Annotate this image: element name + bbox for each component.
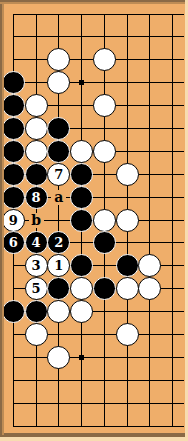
intersection-r12c2[interactable]: 3 [25, 254, 48, 277]
intersection-r10c4[interactable] [70, 209, 93, 232]
black-stone [70, 163, 93, 186]
intersection-r8c5[interactable] [93, 163, 116, 186]
white-stone [47, 71, 70, 94]
intersection-r7c8[interactable] [161, 140, 184, 163]
intersection-r18c2[interactable] [25, 392, 48, 415]
black-stone [25, 163, 48, 186]
black-stone [70, 254, 93, 277]
intersection-r17c4[interactable] [70, 369, 93, 392]
intersection-r7c7[interactable] [138, 140, 161, 163]
intersection-r10c7[interactable] [138, 209, 161, 232]
white-stone [93, 48, 116, 71]
intersection-r11c1[interactable]: 6 [2, 231, 25, 254]
intersection-r4c8[interactable] [161, 71, 184, 94]
intersection-r8c8[interactable] [161, 163, 184, 186]
white-stone [70, 140, 93, 163]
intersection-r2c5[interactable] [93, 25, 116, 48]
intersection-r1c8[interactable] [161, 3, 184, 26]
intersection-r2c4[interactable] [70, 25, 93, 48]
intersection-r6c1[interactable] [2, 117, 25, 140]
intersection-r9c7[interactable] [138, 186, 161, 209]
white-stone [116, 323, 139, 346]
intersection-r16c8[interactable] [161, 346, 184, 369]
intersection-r1c3[interactable] [47, 3, 70, 26]
intersection-r2c3[interactable] [47, 25, 70, 48]
black-stone [93, 231, 116, 254]
intersection-r17c5[interactable] [93, 369, 116, 392]
black-stone [2, 117, 25, 140]
intersection-r4c6[interactable] [116, 71, 139, 94]
black-stone [70, 209, 93, 232]
black-stone [47, 140, 70, 163]
intersection-r4c2[interactable] [25, 71, 48, 94]
intersection-r11c3[interactable]: 2 [47, 231, 70, 254]
white-stone [25, 140, 48, 163]
intersection-r5c3[interactable] [47, 94, 70, 117]
intersection-r13c7[interactable] [138, 277, 161, 300]
white-stone-move-3: 3 [25, 254, 48, 277]
white-stone [47, 346, 70, 369]
intersection-r12c6[interactable] [116, 254, 139, 277]
intersection-r5c8[interactable] [161, 94, 184, 117]
intersection-r9c8[interactable] [161, 186, 184, 209]
white-stone [25, 117, 48, 140]
intersection-r7c4[interactable] [70, 140, 93, 163]
white-stone [116, 163, 139, 186]
intersection-r14c3[interactable] [47, 300, 70, 323]
intersection-r9c5[interactable] [93, 186, 116, 209]
intersection-r14c6[interactable] [116, 300, 139, 323]
intersection-r11c4[interactable] [70, 231, 93, 254]
intersection-r6c3[interactable] [47, 117, 70, 140]
intersection-r7c2[interactable] [25, 140, 48, 163]
intersection-r14c4[interactable] [70, 300, 93, 323]
intersection-r16c1[interactable] [2, 346, 25, 369]
intersection-r2c6[interactable] [116, 25, 139, 48]
intersection-r15c8[interactable] [161, 323, 184, 346]
intersection-r5c6[interactable] [116, 94, 139, 117]
intersection-r16c2[interactable] [25, 346, 48, 369]
intersection-r11c2[interactable]: 4 [25, 231, 48, 254]
intersection-r18c6[interactable] [116, 392, 139, 415]
intersection-r10c8[interactable] [161, 209, 184, 232]
black-stone [47, 117, 70, 140]
intersection-r3c4[interactable] [70, 48, 93, 71]
intersection-r15c7[interactable] [138, 323, 161, 346]
black-stone [70, 186, 93, 209]
intersection-r12c5[interactable] [93, 254, 116, 277]
black-stone [2, 186, 25, 209]
intersection-r8c2[interactable] [25, 163, 48, 186]
intersection-r12c3[interactable]: 1 [47, 254, 70, 277]
intersection-r1c2[interactable] [25, 3, 48, 26]
intersection-r9c4[interactable] [70, 186, 93, 209]
intersection-r6c6[interactable] [116, 117, 139, 140]
intersection-r3c5[interactable] [93, 48, 116, 71]
intersection-r16c5[interactable] [93, 346, 116, 369]
go-board-grid: 78a9b642315 [2, 3, 184, 437]
intersection-r17c7[interactable] [138, 369, 161, 392]
intersection-r15c3[interactable] [47, 323, 70, 346]
intersection-r19c2[interactable] [25, 415, 48, 437]
white-stone [25, 94, 48, 117]
star-point [79, 80, 84, 85]
intersection-r13c5[interactable] [93, 277, 116, 300]
intersection-r9c3[interactable]: a [47, 186, 70, 209]
intersection-r10c1[interactable]: 9 [2, 209, 25, 232]
intersection-r8c7[interactable] [138, 163, 161, 186]
intersection-r3c6[interactable] [116, 48, 139, 71]
intersection-r18c3[interactable] [47, 392, 70, 415]
intersection-r19c6[interactable] [116, 415, 139, 437]
intersection-r4c4[interactable] [70, 71, 93, 94]
intersection-r2c2[interactable] [25, 25, 48, 48]
intersection-r17c8[interactable] [161, 369, 184, 392]
black-stone-move-2: 2 [47, 231, 70, 254]
intersection-r13c1[interactable] [2, 277, 25, 300]
intersection-r19c5[interactable] [93, 415, 116, 437]
white-stone [70, 300, 93, 323]
intersection-r13c8[interactable] [161, 277, 184, 300]
intersection-r10c6[interactable] [116, 209, 139, 232]
intersection-r2c8[interactable] [161, 25, 184, 48]
intersection-r16c6[interactable] [116, 346, 139, 369]
intersection-r11c5[interactable] [93, 231, 116, 254]
intersection-r13c6[interactable] [116, 277, 139, 300]
intersection-r1c7[interactable] [138, 3, 161, 26]
intersection-r11c8[interactable] [161, 231, 184, 254]
black-stone [47, 277, 70, 300]
label-b: b [29, 213, 44, 228]
intersection-r3c2[interactable] [25, 48, 48, 71]
white-stone [116, 277, 139, 300]
intersection-r19c7[interactable] [138, 415, 161, 437]
intersection-r3c7[interactable] [138, 48, 161, 71]
black-stone [2, 300, 25, 323]
intersection-r6c2[interactable] [25, 117, 48, 140]
intersection-r18c8[interactable] [161, 392, 184, 415]
intersection-r1c4[interactable] [70, 3, 93, 26]
intersection-r17c3[interactable] [47, 369, 70, 392]
black-stone [25, 300, 48, 323]
white-stone [116, 209, 139, 232]
intersection-r6c4[interactable] [70, 117, 93, 140]
intersection-r16c7[interactable] [138, 346, 161, 369]
intersection-r1c5[interactable] [93, 3, 116, 26]
intersection-r2c7[interactable] [138, 25, 161, 48]
star-point [79, 355, 84, 360]
intersection-r1c1[interactable] [2, 3, 25, 26]
black-stone [2, 163, 25, 186]
intersection-r17c1[interactable] [2, 369, 25, 392]
white-stone-move-9: 9 [2, 209, 25, 232]
intersection-r4c1[interactable] [2, 71, 25, 94]
intersection-r8c3[interactable]: 7 [47, 163, 70, 186]
go-board: 78a9b642315 [0, 0, 185, 437]
intersection-r12c7[interactable] [138, 254, 161, 277]
intersection-r7c1[interactable] [2, 140, 25, 163]
intersection-r5c5[interactable] [93, 94, 116, 117]
intersection-r14c5[interactable] [93, 300, 116, 323]
intersection-r16c3[interactable] [47, 346, 70, 369]
intersection-r15c1[interactable] [2, 323, 25, 346]
intersection-r9c2[interactable]: 8 [25, 186, 48, 209]
intersection-r5c7[interactable] [138, 94, 161, 117]
intersection-r6c5[interactable] [93, 117, 116, 140]
black-stone-move-8: 8 [25, 186, 48, 209]
intersection-r5c2[interactable] [25, 94, 48, 117]
intersection-r14c1[interactable] [2, 300, 25, 323]
black-stone [116, 254, 139, 277]
intersection-r19c4[interactable] [70, 415, 93, 437]
intersection-r12c4[interactable] [70, 254, 93, 277]
black-stone [93, 277, 116, 300]
intersection-r18c7[interactable] [138, 392, 161, 415]
intersection-r7c5[interactable] [93, 140, 116, 163]
intersection-r5c4[interactable] [70, 94, 93, 117]
intersection-r14c2[interactable] [25, 300, 48, 323]
intersection-r11c7[interactable] [138, 231, 161, 254]
black-stone-move-6: 6 [2, 231, 25, 254]
intersection-r18c4[interactable] [70, 392, 93, 415]
intersection-r4c3[interactable] [47, 71, 70, 94]
intersection-r1c6[interactable] [116, 3, 139, 26]
black-stone-move-4: 4 [25, 231, 48, 254]
intersection-r9c6[interactable] [116, 186, 139, 209]
intersection-r15c2[interactable] [25, 323, 48, 346]
intersection-r6c7[interactable] [138, 117, 161, 140]
intersection-r12c8[interactable] [161, 254, 184, 277]
intersection-r10c5[interactable] [93, 209, 116, 232]
intersection-r9c1[interactable] [2, 186, 25, 209]
intersection-r19c3[interactable] [47, 415, 70, 437]
intersection-r19c1[interactable] [2, 415, 25, 437]
intersection-r5c1[interactable] [2, 94, 25, 117]
intersection-r8c1[interactable] [2, 163, 25, 186]
intersection-r3c8[interactable] [161, 48, 184, 71]
white-stone [93, 94, 116, 117]
white-stone [138, 277, 161, 300]
black-stone [2, 140, 25, 163]
black-stone [2, 94, 25, 117]
white-stone [138, 254, 161, 277]
intersection-r3c3[interactable] [47, 48, 70, 71]
intersection-r10c3[interactable] [47, 209, 70, 232]
intersection-r4c7[interactable] [138, 71, 161, 94]
label-a: a [51, 190, 66, 205]
white-stone [25, 323, 48, 346]
white-stone-move-7: 7 [47, 163, 70, 186]
intersection-r15c5[interactable] [93, 323, 116, 346]
white-stone [93, 140, 116, 163]
white-stone [93, 209, 116, 232]
white-stone [47, 48, 70, 71]
intersection-r15c4[interactable] [70, 323, 93, 346]
black-stone [2, 71, 25, 94]
intersection-r18c1[interactable] [2, 392, 25, 415]
intersection-r10c2[interactable]: b [25, 209, 48, 232]
white-stone-move-1: 1 [47, 254, 70, 277]
intersection-r14c7[interactable] [138, 300, 161, 323]
intersection-r13c3[interactable] [47, 277, 70, 300]
board-edge-highlight-top [0, 2, 185, 4]
intersection-r13c2[interactable]: 5 [25, 277, 48, 300]
intersection-r17c2[interactable] [25, 369, 48, 392]
intersection-r4c5[interactable] [93, 71, 116, 94]
go-diagram: 78a9b642315 [0, 0, 188, 441]
intersection-r8c4[interactable] [70, 163, 93, 186]
intersection-r14c8[interactable] [161, 300, 184, 323]
intersection-r7c3[interactable] [47, 140, 70, 163]
intersection-r19c8[interactable] [161, 415, 184, 437]
intersection-r11c6[interactable] [116, 231, 139, 254]
intersection-r2c1[interactable] [2, 25, 25, 48]
intersection-r7c6[interactable] [116, 140, 139, 163]
white-stone-move-5: 5 [25, 277, 48, 300]
intersection-r13c4[interactable] [70, 277, 93, 300]
intersection-r12c1[interactable] [2, 254, 25, 277]
intersection-r18c5[interactable] [93, 392, 116, 415]
intersection-r8c6[interactable] [116, 163, 139, 186]
intersection-r3c1[interactable] [2, 48, 25, 71]
intersection-r16c4[interactable] [70, 346, 93, 369]
intersection-r15c6[interactable] [116, 323, 139, 346]
white-stone [70, 277, 93, 300]
white-stone [47, 300, 70, 323]
intersection-r17c6[interactable] [116, 369, 139, 392]
intersection-r6c8[interactable] [161, 117, 184, 140]
